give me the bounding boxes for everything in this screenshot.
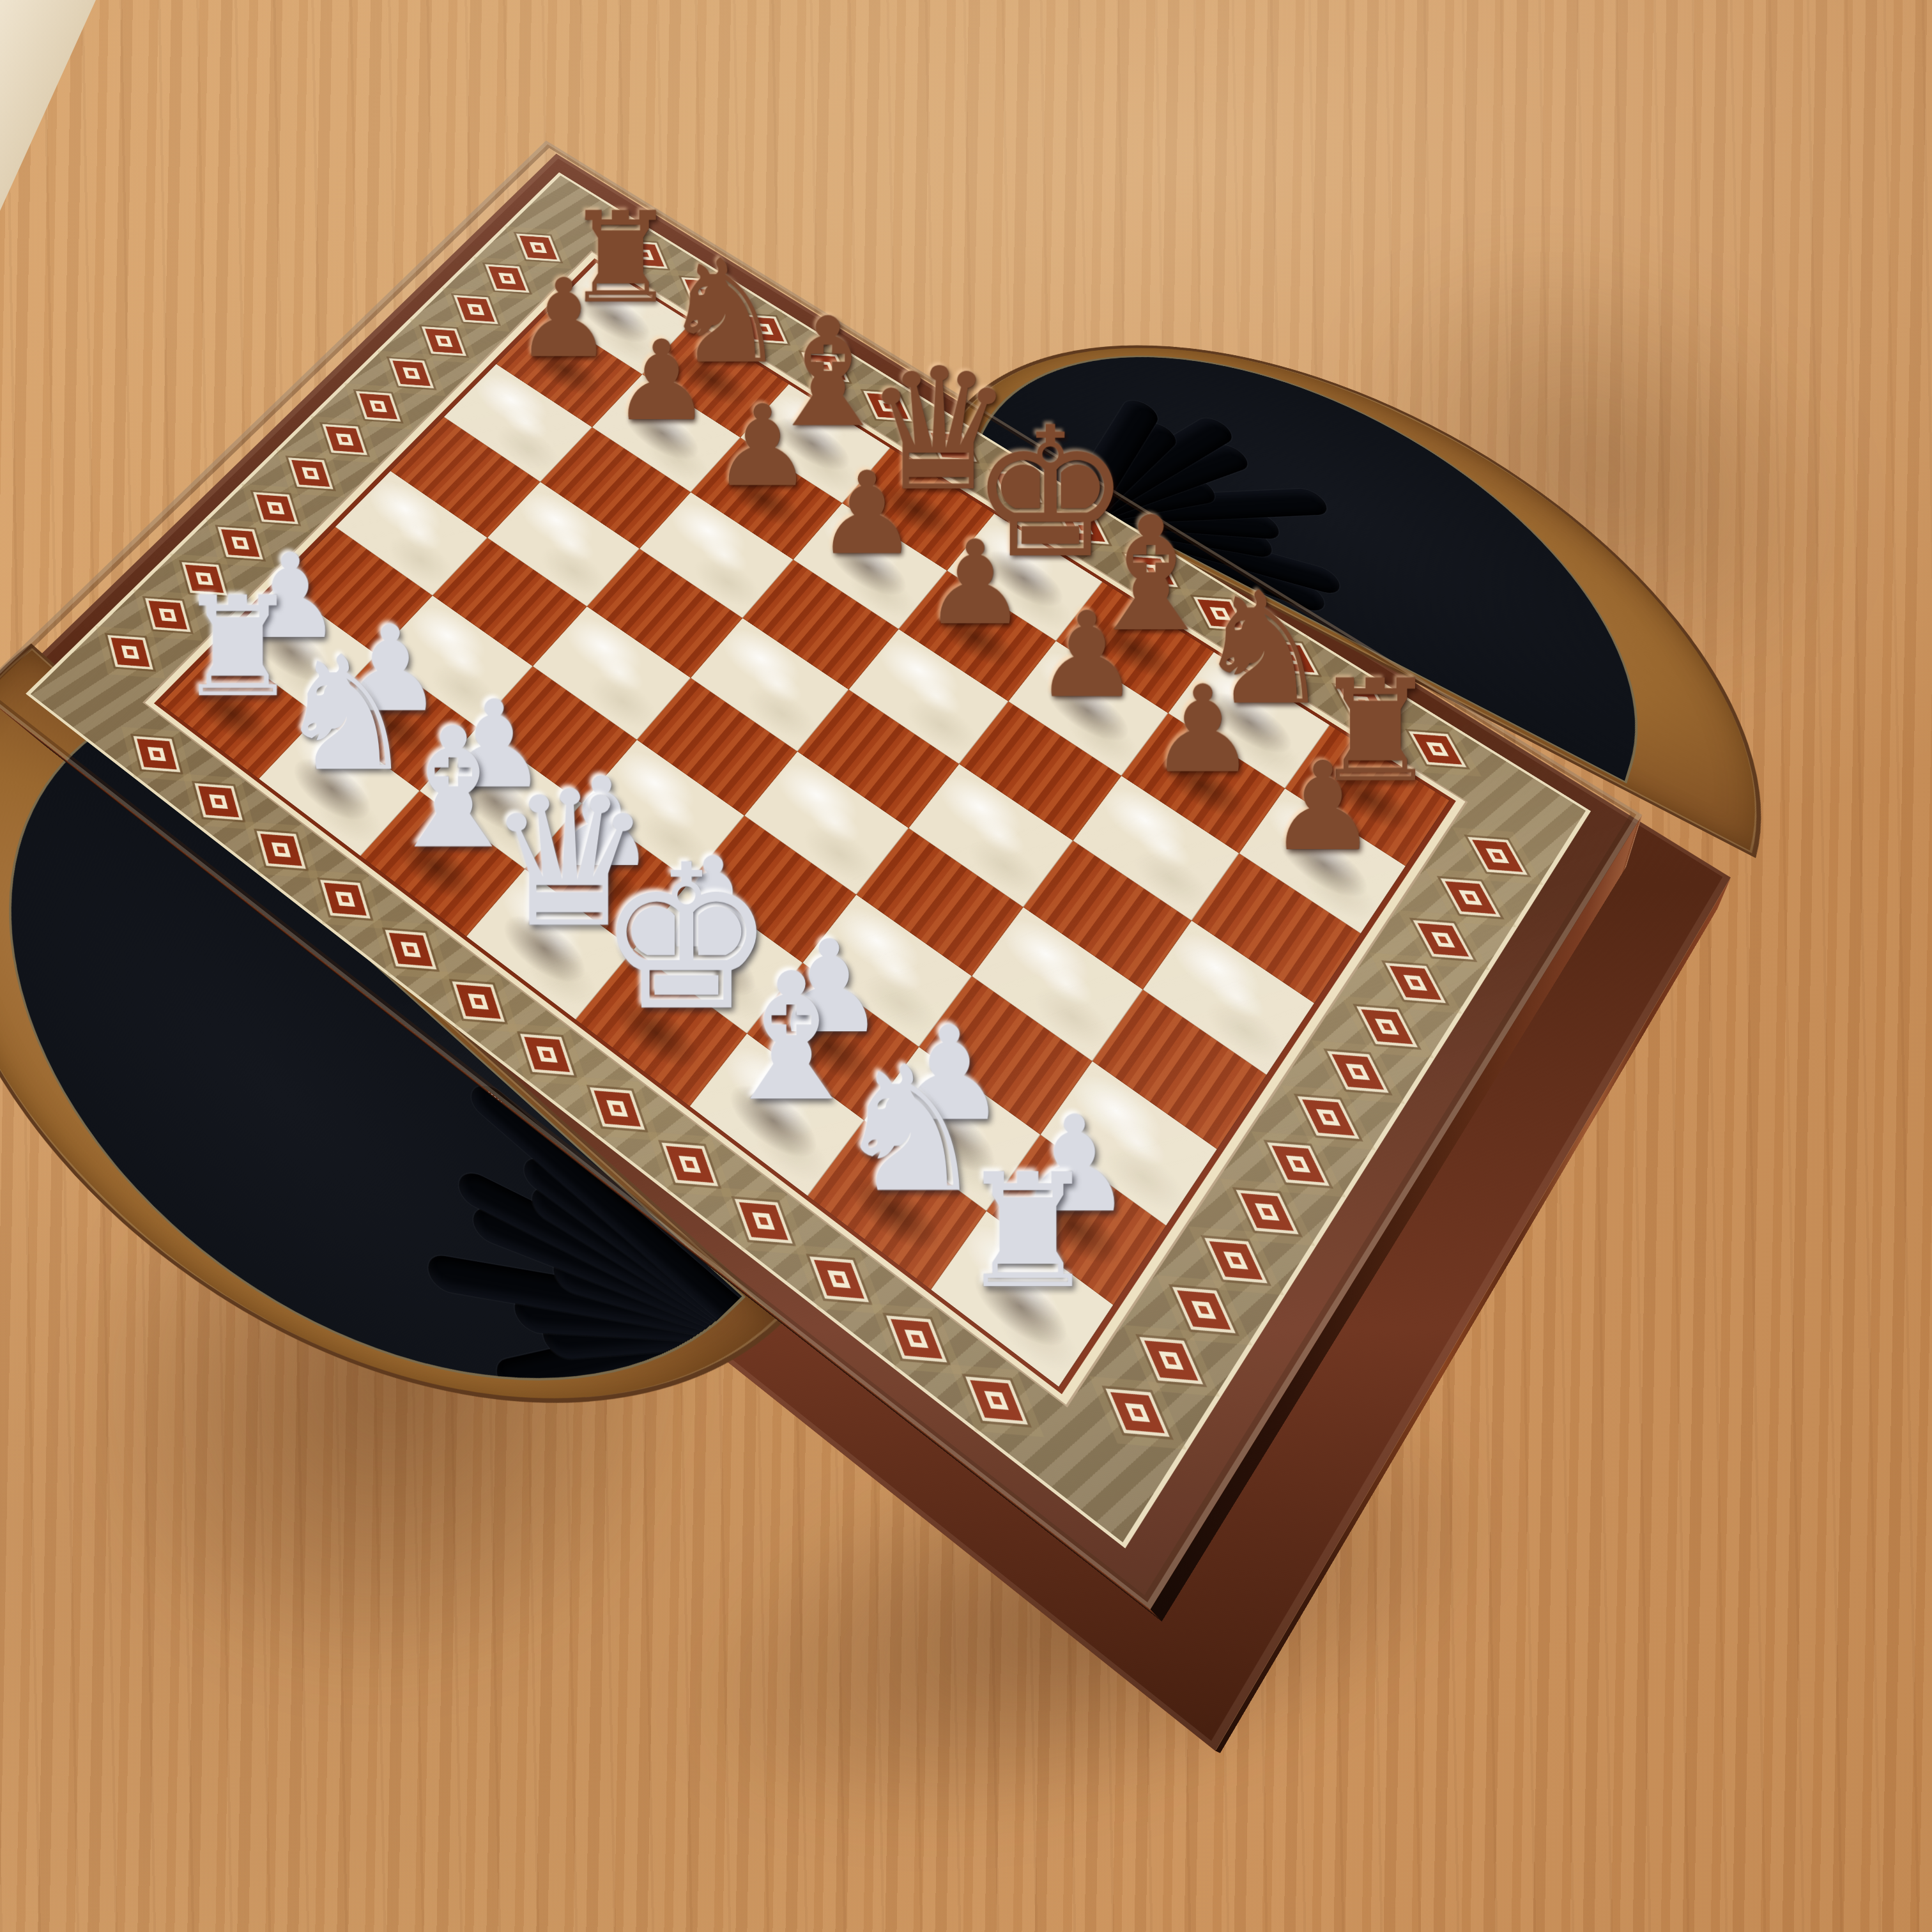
square-g5[interactable] (1023, 841, 1192, 990)
marquetry-diamond-icon (666, 1146, 714, 1183)
square-f7[interactable] (1008, 641, 1169, 776)
square-b3[interactable] (376, 595, 533, 728)
marquetry-diamond-icon (221, 529, 259, 556)
marquetry-diamond-icon (867, 394, 908, 420)
marquetry-diamond-icon (1241, 1193, 1294, 1230)
square-g8[interactable] (1169, 652, 1330, 788)
square-c3[interactable] (477, 666, 637, 803)
marquetry-diamond-icon (198, 786, 239, 817)
square-g6[interactable] (1073, 776, 1239, 920)
marquetry-diamond-icon (425, 328, 463, 353)
marquetry-diamond-icon (1061, 514, 1105, 542)
square-h7[interactable] (1239, 788, 1406, 933)
square-g2[interactable] (864, 1047, 1040, 1211)
square-d1[interactable] (466, 869, 634, 1020)
square-h4[interactable] (1092, 990, 1266, 1149)
marquetry-diamond-icon (995, 473, 1039, 500)
square-c1[interactable] (360, 791, 525, 937)
marquetry-diamond-icon (1110, 1392, 1165, 1433)
marquetry-diamond-icon (291, 460, 330, 487)
marquetry-diamond-icon (1128, 556, 1174, 585)
marquetry-diamond-icon (1272, 1146, 1325, 1183)
marquetry-diamond-icon (626, 243, 664, 267)
square-h6[interactable] (1192, 853, 1361, 1002)
marquetry-diamond-icon (1209, 1241, 1263, 1280)
square-h8[interactable] (1285, 725, 1449, 866)
square-f5[interactable] (908, 763, 1073, 907)
marquetry-diamond-icon (456, 985, 500, 1019)
square-h5[interactable] (1142, 920, 1314, 1075)
square-d3[interactable] (581, 740, 744, 882)
marquetry-diamond-icon (260, 834, 302, 866)
marquetry-diamond-icon (185, 565, 224, 593)
marquetry-diamond-icon (137, 739, 177, 769)
square-f6[interactable] (959, 701, 1121, 841)
marquetry-diamond-icon (744, 316, 785, 341)
square-h1[interactable] (931, 1211, 1114, 1386)
marquetry-diamond-icon (326, 426, 364, 452)
marquetry-diamond-icon (324, 883, 367, 916)
marquetry-diamond-icon (457, 297, 494, 322)
marquetry-diamond-icon (392, 361, 431, 387)
marquetry-diamond-icon (1418, 923, 1469, 956)
square-e4[interactable] (744, 751, 908, 894)
marquetry-diamond-icon (1197, 599, 1243, 628)
square-f1[interactable] (689, 1033, 864, 1196)
marquetry-diamond-icon (1390, 966, 1441, 1000)
square-e6[interactable] (849, 629, 1008, 764)
marquetry-diamond-icon (148, 601, 187, 629)
square-g3[interactable] (919, 976, 1092, 1135)
square-e1[interactable] (576, 949, 747, 1106)
marquetry-diamond-icon (1332, 1054, 1384, 1090)
marquetry-diamond-icon (519, 236, 557, 259)
square-d4[interactable] (637, 678, 797, 816)
square-g4[interactable] (972, 907, 1142, 1061)
marquetry-diamond-icon (1361, 1009, 1413, 1045)
marquetry-diamond-icon (524, 1037, 570, 1072)
square-e5[interactable] (797, 689, 959, 828)
square-e3[interactable] (690, 816, 856, 963)
marquetry-diamond-icon (594, 1091, 641, 1127)
square-h2[interactable] (986, 1135, 1166, 1305)
marquetry-diamond-icon (684, 279, 723, 303)
marquetry-diamond-icon (1339, 688, 1387, 718)
marquetry-diamond-icon (1302, 1100, 1354, 1136)
square-d5[interactable] (691, 618, 849, 751)
square-e2[interactable] (634, 882, 802, 1034)
square-a1[interactable] (160, 643, 318, 779)
square-c2[interactable] (420, 728, 581, 869)
square-d2[interactable] (525, 803, 690, 949)
marquetry-diamond-icon (1177, 1291, 1230, 1330)
square-f4[interactable] (856, 828, 1023, 976)
square-c4[interactable] (533, 606, 691, 739)
square-g1[interactable] (808, 1120, 986, 1289)
square-b2[interactable] (318, 655, 477, 791)
photo-scene: ♜♞♝♛♚♝♞♜♟♟♟♟♟♟♟♟♟♟♟♟♟♟♟♟♜♞♝♛♚♝♞♜ (0, 0, 1932, 1932)
square-b1[interactable] (259, 716, 420, 856)
marquetry-diamond-icon (891, 1319, 942, 1359)
marquetry-diamond-icon (930, 433, 972, 459)
marquetry-diamond-icon (1144, 1340, 1199, 1381)
square-h3[interactable] (1040, 1061, 1217, 1226)
marquetry-diamond-icon (111, 638, 150, 667)
marquetry-diamond-icon (1472, 840, 1523, 872)
marquetry-diamond-icon (359, 394, 397, 420)
marquetry-diamond-icon (805, 355, 846, 380)
marquetry-diamond-icon (257, 494, 295, 522)
marquetry-diamond-icon (1268, 643, 1315, 673)
marquetry-diamond-icon (1445, 881, 1496, 914)
marquetry-diamond-icon (739, 1202, 788, 1240)
square-f2[interactable] (747, 963, 919, 1121)
marquetry-diamond-icon (488, 266, 526, 291)
marquetry-diamond-icon (970, 1380, 1023, 1421)
square-f3[interactable] (802, 894, 972, 1047)
marquetry-diamond-icon (814, 1260, 864, 1299)
marquetry-diamond-icon (1413, 733, 1462, 764)
square-g7[interactable] (1121, 713, 1285, 853)
marquetry-diamond-icon (389, 933, 433, 967)
